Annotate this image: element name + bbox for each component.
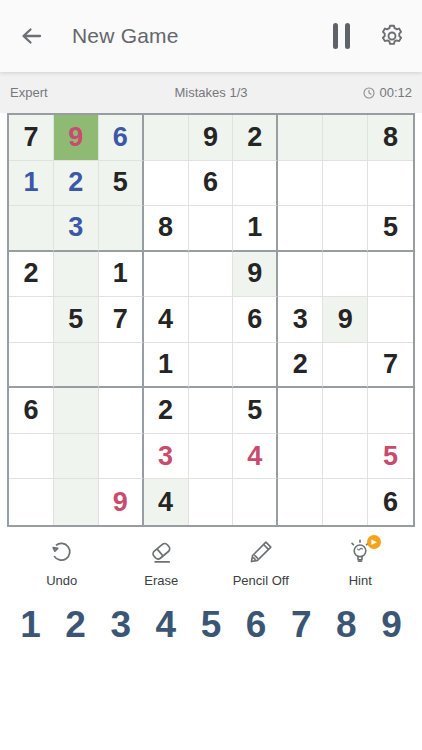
numpad: 123456789 [0,603,422,647]
clock-icon [363,87,375,99]
cell-r2c9[interactable] [368,161,413,207]
cell-r7c1[interactable]: 6 [9,388,54,434]
cell-r4c2[interactable] [54,252,99,298]
cell-r9c1[interactable] [9,479,54,525]
cell-r5c5[interactable] [189,297,234,343]
pause-button[interactable] [331,21,352,51]
cell-r6c6[interactable] [233,343,278,389]
cell-r8c3[interactable] [99,434,144,480]
cell-r1c1[interactable]: 7 [9,115,54,161]
cell-r4c5[interactable] [189,252,234,298]
timer-value: 00:12 [379,85,412,100]
cell-r5c8[interactable]: 9 [323,297,368,343]
cell-r6c8[interactable] [323,343,368,389]
cell-r2c5[interactable]: 6 [189,161,234,207]
eraser-icon [147,538,175,566]
pause-icon [333,23,338,49]
lightbulb-icon: ▶ [346,538,374,566]
cell-r5c9[interactable] [368,297,413,343]
cell-r2c1[interactable]: 1 [9,161,54,207]
pencil-icon [247,538,275,566]
cell-r9c6[interactable] [233,479,278,525]
app-bar: New Game [0,0,422,72]
pencil-toggle-button[interactable]: Pencil Off [218,538,304,588]
cell-r3c3[interactable] [99,206,144,252]
cell-r6c2[interactable] [54,343,99,389]
cell-r9c8[interactable] [323,479,368,525]
numpad-1[interactable]: 1 [11,603,51,647]
cell-r2c7[interactable] [278,161,323,207]
cell-r7c7[interactable] [278,388,323,434]
cell-r8c9[interactable]: 5 [368,434,413,480]
hint-ad-badge: ▶ [367,535,381,549]
numpad-5[interactable]: 5 [191,603,231,647]
cell-r9c2[interactable] [54,479,99,525]
numpad-7[interactable]: 7 [281,603,321,647]
cell-r9c7[interactable] [278,479,323,525]
cell-r3c1[interactable] [9,206,54,252]
cell-r2c2[interactable]: 2 [54,161,99,207]
cell-r5c1[interactable] [9,297,54,343]
numpad-6[interactable]: 6 [236,603,276,647]
undo-icon [48,538,76,566]
numpad-9[interactable]: 9 [371,603,411,647]
cell-r2c8[interactable] [323,161,368,207]
settings-button[interactable] [378,22,406,50]
cell-r4c7[interactable] [278,252,323,298]
cell-r6c7[interactable]: 2 [278,343,323,389]
numpad-3[interactable]: 3 [101,603,141,647]
cell-r5c4[interactable]: 4 [144,297,189,343]
cell-r7c8[interactable] [323,388,368,434]
gear-icon [378,22,406,50]
cell-r3c5[interactable] [189,206,234,252]
cell-r1c2[interactable]: 9 [54,115,99,161]
cell-r9c4[interactable]: 4 [144,479,189,525]
cell-r1c8[interactable] [323,115,368,161]
sudoku-board: 79692812563815219574639127625345946 [7,113,415,527]
page-title: New Game [72,24,179,48]
cell-r6c4[interactable]: 1 [144,343,189,389]
hint-button[interactable]: ▶ Hint [317,538,403,588]
cell-r2c4[interactable] [144,161,189,207]
mistakes-counter: Mistakes 1/3 [128,85,294,100]
cell-r8c4[interactable]: 3 [144,434,189,480]
cell-r4c3[interactable]: 1 [99,252,144,298]
cell-r3c2[interactable]: 3 [54,206,99,252]
cell-r5c2[interactable]: 5 [54,297,99,343]
pencil-label: Pencil Off [233,573,289,588]
cell-r5c7[interactable]: 3 [278,297,323,343]
cell-r6c3[interactable] [99,343,144,389]
cell-r8c1[interactable] [9,434,54,480]
cell-r4c6[interactable]: 9 [233,252,278,298]
cell-r1c9[interactable]: 8 [368,115,413,161]
cell-r6c9[interactable]: 7 [368,343,413,389]
cell-r1c4[interactable] [144,115,189,161]
difficulty-label: Expert [10,85,128,100]
numpad-8[interactable]: 8 [326,603,366,647]
undo-button[interactable]: Undo [19,538,105,588]
cell-r9c9[interactable]: 6 [368,479,413,525]
status-bar: Expert Mistakes 1/3 00:12 [0,72,422,113]
cell-r1c6[interactable]: 2 [233,115,278,161]
hint-label: Hint [349,573,372,588]
cell-r1c7[interactable] [278,115,323,161]
cell-r8c6[interactable]: 4 [233,434,278,480]
cell-r2c3[interactable]: 5 [99,161,144,207]
cell-r4c9[interactable] [368,252,413,298]
cell-r5c3[interactable]: 7 [99,297,144,343]
undo-label: Undo [46,573,77,588]
back-button[interactable] [16,21,46,51]
cell-r4c8[interactable] [323,252,368,298]
cell-r7c6[interactable]: 5 [233,388,278,434]
cell-r7c5[interactable] [189,388,234,434]
cell-r9c3[interactable]: 9 [99,479,144,525]
cell-r5c6[interactable]: 6 [233,297,278,343]
cell-r7c4[interactable]: 2 [144,388,189,434]
cell-r9c5[interactable] [189,479,234,525]
cell-r3c7[interactable] [278,206,323,252]
cell-r1c3[interactable]: 6 [99,115,144,161]
cell-r4c1[interactable]: 2 [9,252,54,298]
cell-r8c7[interactable] [278,434,323,480]
cell-r3c8[interactable] [323,206,368,252]
cell-r3c6[interactable]: 1 [233,206,278,252]
cell-r8c2[interactable] [54,434,99,480]
erase-button[interactable]: Erase [118,538,204,588]
back-arrow-icon [19,24,43,48]
cell-r7c3[interactable] [99,388,144,434]
cell-r4c4[interactable] [144,252,189,298]
cell-r2c6[interactable] [233,161,278,207]
cell-r7c9[interactable] [368,388,413,434]
numpad-4[interactable]: 4 [146,603,186,647]
cell-r8c8[interactable] [323,434,368,480]
cell-r1c5[interactable]: 9 [189,115,234,161]
erase-label: Erase [144,573,178,588]
toolbar: Undo Erase Pencil Off [0,538,422,588]
cell-r3c4[interactable]: 8 [144,206,189,252]
cell-r8c5[interactable] [189,434,234,480]
cell-r3c9[interactable]: 5 [368,206,413,252]
cell-r6c1[interactable] [9,343,54,389]
numpad-2[interactable]: 2 [56,603,96,647]
cell-r7c2[interactable] [54,388,99,434]
cell-r6c5[interactable] [189,343,234,389]
